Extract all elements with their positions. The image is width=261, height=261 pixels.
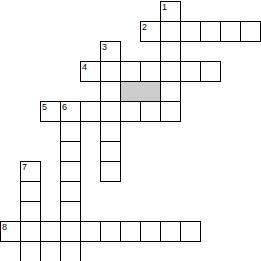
crossword-board: 12345678: [0, 0, 261, 261]
grid-cell[interactable]: [160, 81, 181, 102]
grid-cell[interactable]: [160, 61, 181, 82]
grid-cell[interactable]: [180, 21, 201, 42]
grid-cell[interactable]: [140, 101, 161, 122]
grid-cell[interactable]: [160, 221, 181, 242]
grid-cell[interactable]: [120, 61, 141, 82]
grid-cell[interactable]: [60, 101, 81, 122]
grid-cell[interactable]: [0, 221, 21, 242]
grid-cell[interactable]: [200, 61, 221, 82]
grid-cell[interactable]: [100, 161, 121, 182]
grid-cell[interactable]: [220, 21, 241, 42]
grid-cell[interactable]: [80, 61, 101, 82]
grid-cell[interactable]: [60, 121, 81, 142]
grid-cell[interactable]: [120, 221, 141, 242]
grid-cell[interactable]: [100, 141, 121, 162]
grid-cell[interactable]: [240, 21, 261, 42]
grid-cell[interactable]: [160, 41, 181, 62]
grid-cell[interactable]: [40, 221, 61, 242]
grid-cell[interactable]: [80, 101, 101, 122]
grid-cell[interactable]: [20, 201, 41, 222]
grid-cell[interactable]: [60, 241, 81, 261]
grid-cell[interactable]: [160, 1, 181, 22]
grid-cell[interactable]: [140, 21, 161, 42]
grid-cell[interactable]: [40, 101, 61, 122]
grid-cell[interactable]: [60, 141, 81, 162]
grid-cell[interactable]: [140, 61, 161, 82]
shaded-block-cell: [120, 81, 161, 102]
grid-cell[interactable]: [100, 61, 121, 82]
grid-cell[interactable]: [60, 221, 81, 242]
grid-cell[interactable]: [140, 221, 161, 242]
grid-cell[interactable]: [60, 201, 81, 222]
grid-cell[interactable]: [180, 61, 201, 82]
grid-cell[interactable]: [160, 21, 181, 42]
grid-cell[interactable]: [160, 101, 181, 122]
grid-cell[interactable]: [20, 221, 41, 242]
grid-cell[interactable]: [100, 41, 121, 62]
grid-cell[interactable]: [100, 121, 121, 142]
grid-cell[interactable]: [120, 101, 141, 122]
grid-cell[interactable]: [80, 221, 101, 242]
grid-cell[interactable]: [60, 161, 81, 182]
grid-cell[interactable]: [100, 221, 121, 242]
grid-cell[interactable]: [20, 181, 41, 202]
grid-cell[interactable]: [20, 161, 41, 182]
grid-cell[interactable]: [60, 181, 81, 202]
crossword-grid: 12345678: [0, 1, 261, 261]
grid-cell[interactable]: [20, 241, 41, 261]
grid-cell[interactable]: [200, 21, 221, 42]
grid-cell[interactable]: [100, 81, 121, 102]
grid-cell[interactable]: [100, 101, 121, 122]
grid-cell[interactable]: [180, 221, 201, 242]
